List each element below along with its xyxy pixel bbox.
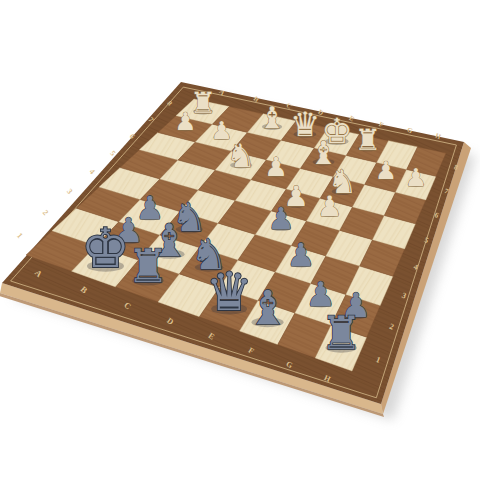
piece-black-pawn-a7[interactable]: ♟ — [174, 107, 196, 136]
piece-white-rook-h1[interactable]: ♜ — [320, 306, 361, 360]
piece-white-bishop-f1[interactable]: ♝ — [246, 280, 288, 335]
piece-black-knight-c6[interactable]: ♞ — [227, 137, 256, 175]
rank-label-left-4: 4 — [88, 167, 97, 176]
piece-black-pawn-f5[interactable]: ♟ — [317, 190, 342, 223]
piece-black-pawn-h7[interactable]: ♟ — [405, 163, 427, 192]
board-photo-svg: AABBCCDDEEFFGGHH1122334455667788♜♝♟♛♟♚♜♝… — [0, 0, 480, 480]
piece-white-king-b1[interactable]: ♚ — [81, 216, 130, 280]
chess-photo-stage: AABBCCDDEEFFGGHH1122334455667788♜♝♟♛♟♚♜♝… — [0, 0, 480, 480]
rank-label-left-1: 1 — [15, 231, 24, 240]
rank-label-left-3: 3 — [65, 187, 74, 196]
piece-black-pawn-g7[interactable]: ♟ — [375, 156, 397, 185]
piece-white-rook-c1[interactable]: ♜ — [127, 239, 168, 293]
rank-label-left-2: 2 — [41, 208, 50, 217]
piece-black-bishop-c8[interactable]: ♝ — [259, 100, 286, 135]
piece-black-rook-f8[interactable]: ♜ — [355, 123, 381, 157]
piece-white-pawn-f3[interactable]: ♟ — [287, 236, 316, 274]
piece-white-pawn-e4[interactable]: ♟ — [268, 201, 295, 236]
piece-black-pawn-d6[interactable]: ♟ — [264, 152, 288, 182]
